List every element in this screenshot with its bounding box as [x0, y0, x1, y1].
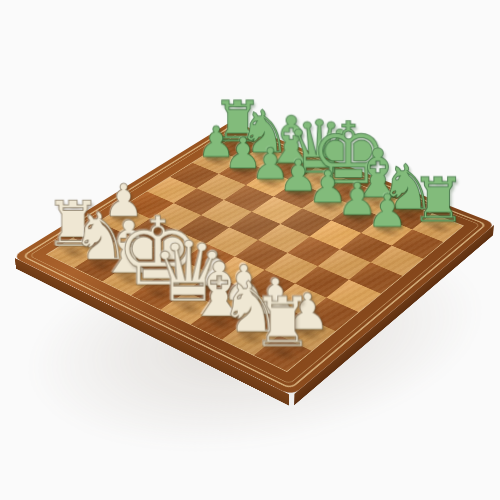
rook-glyph: ♜ — [216, 289, 350, 358]
chess-set-photo: ♜♞♝♛♚♝♞♜♟♟♟♟♟♟♟♟♟♟♟♟♜♞♝♚♛♝♞♜ — [0, 0, 500, 500]
piece-cream-rook-h1[interactable]: ♜ — [216, 285, 350, 354]
